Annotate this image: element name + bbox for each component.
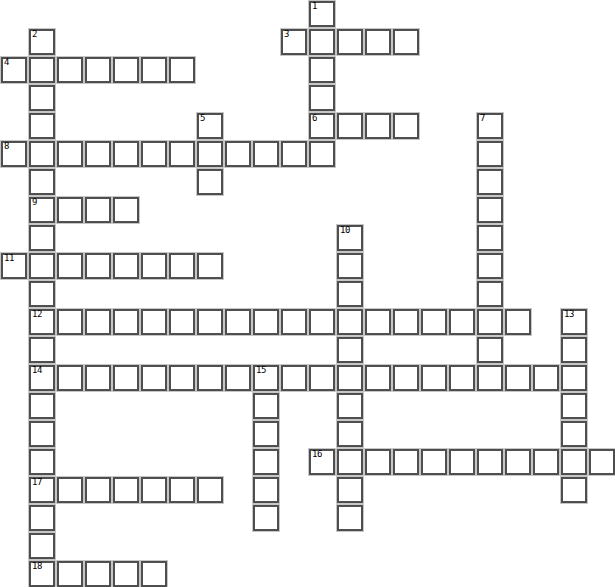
cell-r12-c17[interactable]: [477, 337, 503, 363]
cell-r5-c10[interactable]: [281, 141, 307, 167]
cell-r16-c11[interactable]: 16: [309, 449, 335, 475]
cell-r12-c20[interactable]: [561, 337, 587, 363]
cell-r15-c9[interactable]: [253, 421, 279, 447]
cell-r8-c17[interactable]: [477, 225, 503, 251]
cell-r14-c12[interactable]: [337, 393, 363, 419]
cell-r20-c3[interactable]: [85, 561, 111, 587]
cell-r13-c19[interactable]: [533, 365, 559, 391]
cell-r13-c2[interactable]: [57, 365, 83, 391]
cell-r17-c5[interactable]: [141, 477, 167, 503]
cell-r7-c4[interactable]: [113, 197, 139, 223]
cell-r9-c2[interactable]: [57, 253, 83, 279]
cell-r16-c17[interactable]: [477, 449, 503, 475]
cell-r20-c4[interactable]: [113, 561, 139, 587]
cell-r11-c16[interactable]: [449, 309, 475, 335]
cell-r5-c7[interactable]: [197, 141, 223, 167]
cell-r13-c3[interactable]: [85, 365, 111, 391]
cell-r16-c12[interactable]: [337, 449, 363, 475]
cell-r13-c6[interactable]: [169, 365, 195, 391]
cell-r2-c6[interactable]: [169, 57, 195, 83]
cell-r4-c11[interactable]: 6: [309, 113, 335, 139]
cell-r2-c0[interactable]: 4: [1, 57, 27, 83]
cell-r11-c12[interactable]: [337, 309, 363, 335]
cell-r9-c12[interactable]: [337, 253, 363, 279]
cell-r5-c6[interactable]: [169, 141, 195, 167]
cell-r2-c11[interactable]: [309, 57, 335, 83]
cell-r12-c1[interactable]: [29, 337, 55, 363]
cell-r13-c8[interactable]: [225, 365, 251, 391]
cell-r11-c7[interactable]: [197, 309, 223, 335]
cell-r16-c13[interactable]: [365, 449, 391, 475]
cell-r1-c13[interactable]: [365, 29, 391, 55]
cell-r17-c7[interactable]: [197, 477, 223, 503]
cell-r17-c9[interactable]: [253, 477, 279, 503]
cell-r19-c1[interactable]: [29, 533, 55, 559]
cell-r7-c1[interactable]: 9: [29, 197, 55, 223]
cell-r9-c6[interactable]: [169, 253, 195, 279]
clue-number: 5: [200, 113, 205, 124]
cell-r18-c12[interactable]: [337, 505, 363, 531]
cell-r11-c11[interactable]: [309, 309, 335, 335]
cell-r2-c3[interactable]: [85, 57, 111, 83]
clue-number: 7: [480, 113, 485, 124]
cell-r14-c1[interactable]: [29, 393, 55, 419]
cell-r20-c2[interactable]: [57, 561, 83, 587]
cell-r11-c15[interactable]: [421, 309, 447, 335]
cell-r13-c4[interactable]: [113, 365, 139, 391]
cell-r5-c17[interactable]: [477, 141, 503, 167]
cell-r10-c17[interactable]: [477, 281, 503, 307]
cell-r5-c8[interactable]: [225, 141, 251, 167]
cell-r16-c21[interactable]: [589, 449, 615, 475]
cell-r2-c5[interactable]: [141, 57, 167, 83]
cell-r0-c11[interactable]: 1: [309, 1, 335, 27]
cell-r4-c1[interactable]: [29, 113, 55, 139]
clue-number: 17: [32, 477, 42, 488]
cell-r11-c13[interactable]: [365, 309, 391, 335]
clue-number: 13: [564, 309, 574, 320]
cell-r9-c3[interactable]: [85, 253, 111, 279]
cell-r7-c2[interactable]: [57, 197, 83, 223]
cell-r16-c14[interactable]: [393, 449, 419, 475]
cell-r11-c3[interactable]: [85, 309, 111, 335]
cell-r13-c10[interactable]: [281, 365, 307, 391]
cell-r11-c10[interactable]: [281, 309, 307, 335]
cell-r4-c14[interactable]: [393, 113, 419, 139]
cell-r5-c4[interactable]: [113, 141, 139, 167]
cell-r7-c3[interactable]: [85, 197, 111, 223]
clue-number: 8: [4, 141, 9, 152]
clue-number: 3: [284, 29, 289, 40]
cell-r11-c2[interactable]: [57, 309, 83, 335]
cell-r4-c13[interactable]: [365, 113, 391, 139]
cell-r13-c7[interactable]: [197, 365, 223, 391]
cell-r13-c5[interactable]: [141, 365, 167, 391]
cell-r1-c14[interactable]: [393, 29, 419, 55]
cell-r9-c5[interactable]: [141, 253, 167, 279]
cell-r8-c12[interactable]: 10: [337, 225, 363, 251]
cell-r17-c12[interactable]: [337, 477, 363, 503]
clue-number: 16: [312, 449, 322, 460]
cell-r5-c3[interactable]: [85, 141, 111, 167]
cell-r3-c11[interactable]: [309, 85, 335, 111]
cell-r4-c12[interactable]: [337, 113, 363, 139]
cell-r5-c11[interactable]: [309, 141, 335, 167]
clue-number: 14: [32, 365, 42, 376]
cell-r13-c13[interactable]: [365, 365, 391, 391]
cell-r17-c6[interactable]: [169, 477, 195, 503]
cell-r17-c20[interactable]: [561, 477, 587, 503]
cell-r8-c1[interactable]: [29, 225, 55, 251]
cell-r3-c1[interactable]: [29, 85, 55, 111]
cell-r13-c18[interactable]: [505, 365, 531, 391]
cell-r11-c6[interactable]: [169, 309, 195, 335]
cell-r9-c1[interactable]: [29, 253, 55, 279]
clue-number: 2: [32, 29, 37, 40]
cell-r13-c1[interactable]: 14: [29, 365, 55, 391]
cell-r13-c16[interactable]: [449, 365, 475, 391]
cell-r11-c4[interactable]: [113, 309, 139, 335]
cell-r17-c2[interactable]: [57, 477, 83, 503]
cell-r16-c15[interactable]: [421, 449, 447, 475]
cell-r17-c1[interactable]: 17: [29, 477, 55, 503]
cell-r20-c1[interactable]: 18: [29, 561, 55, 587]
cell-r2-c2[interactable]: [57, 57, 83, 83]
clue-number: 12: [32, 309, 42, 320]
cell-r14-c9[interactable]: [253, 393, 279, 419]
cell-r11-c18[interactable]: [505, 309, 531, 335]
cell-r11-c9[interactable]: [253, 309, 279, 335]
cell-r9-c17[interactable]: [477, 253, 503, 279]
clue-number: 11: [4, 253, 14, 264]
cell-r1-c1[interactable]: 2: [29, 29, 55, 55]
crossword-board: 123456789101112131415161718: [0, 0, 615, 587]
cell-r6-c1[interactable]: [29, 169, 55, 195]
cell-r11-c8[interactable]: [225, 309, 251, 335]
clue-number: 6: [312, 113, 317, 124]
cell-r13-c11[interactable]: [309, 365, 335, 391]
cell-r14-c20[interactable]: [561, 393, 587, 419]
cell-r16-c20[interactable]: [561, 449, 587, 475]
cell-r15-c12[interactable]: [337, 421, 363, 447]
cell-r16-c9[interactable]: [253, 449, 279, 475]
cell-r2-c4[interactable]: [113, 57, 139, 83]
cell-r11-c1[interactable]: 12: [29, 309, 55, 335]
cell-r10-c12[interactable]: [337, 281, 363, 307]
cell-r1-c11[interactable]: [309, 29, 335, 55]
cell-r11-c20[interactable]: 13: [561, 309, 587, 335]
clue-number: 4: [4, 57, 9, 68]
cell-r12-c12[interactable]: [337, 337, 363, 363]
cell-r1-c12[interactable]: [337, 29, 363, 55]
cell-r15-c20[interactable]: [561, 421, 587, 447]
clue-number: 9: [32, 197, 37, 208]
cell-r9-c0[interactable]: 11: [1, 253, 27, 279]
cell-r10-c1[interactable]: [29, 281, 55, 307]
cell-r4-c17[interactable]: 7: [477, 113, 503, 139]
cell-r9-c7[interactable]: [197, 253, 223, 279]
clue-number: 1: [312, 1, 317, 12]
cell-r18-c1[interactable]: [29, 505, 55, 531]
cell-r16-c16[interactable]: [449, 449, 475, 475]
cell-r5-c0[interactable]: 8: [1, 141, 27, 167]
cell-r6-c7[interactable]: [197, 169, 223, 195]
cell-r15-c1[interactable]: [29, 421, 55, 447]
cell-r1-c10[interactable]: 3: [281, 29, 307, 55]
cell-r20-c5[interactable]: [141, 561, 167, 587]
clue-number: 15: [256, 365, 266, 376]
cell-r13-c17[interactable]: [477, 365, 503, 391]
cell-r13-c15[interactable]: [421, 365, 447, 391]
cell-r5-c5[interactable]: [141, 141, 167, 167]
cell-r13-c12[interactable]: [337, 365, 363, 391]
cell-r5-c9[interactable]: [253, 141, 279, 167]
clue-number: 10: [340, 225, 350, 236]
cell-r4-c7[interactable]: 5: [197, 113, 223, 139]
cell-r6-c17[interactable]: [477, 169, 503, 195]
cell-r17-c3[interactable]: [85, 477, 111, 503]
cell-r16-c18[interactable]: [505, 449, 531, 475]
cell-r11-c17[interactable]: [477, 309, 503, 335]
cell-r9-c4[interactable]: [113, 253, 139, 279]
cell-r5-c1[interactable]: [29, 141, 55, 167]
cell-r11-c5[interactable]: [141, 309, 167, 335]
cell-r16-c19[interactable]: [533, 449, 559, 475]
cell-r2-c1[interactable]: [29, 57, 55, 83]
cell-r16-c1[interactable]: [29, 449, 55, 475]
cell-r11-c14[interactable]: [393, 309, 419, 335]
clue-number: 18: [32, 561, 42, 572]
cell-r13-c9[interactable]: 15: [253, 365, 279, 391]
cell-r5-c2[interactable]: [57, 141, 83, 167]
cell-r13-c14[interactable]: [393, 365, 419, 391]
cell-r17-c4[interactable]: [113, 477, 139, 503]
cell-r18-c9[interactable]: [253, 505, 279, 531]
cell-r13-c20[interactable]: [561, 365, 587, 391]
cell-r7-c17[interactable]: [477, 197, 503, 223]
